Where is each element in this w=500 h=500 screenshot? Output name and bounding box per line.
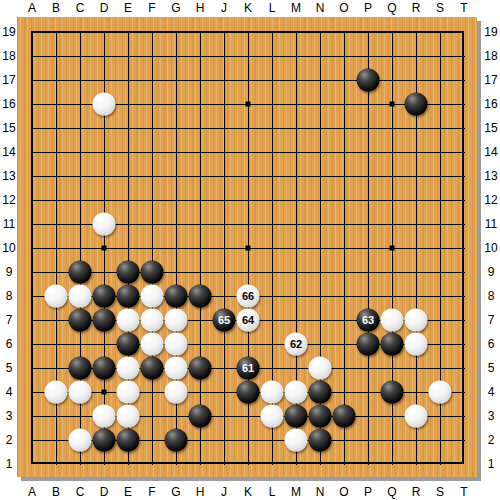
col-label-top-D: D xyxy=(95,0,113,16)
col-label-bottom-Q: Q xyxy=(383,484,401,500)
row-label-right-16: 16 xyxy=(482,96,500,112)
row-label-right-5: 5 xyxy=(482,360,500,376)
stone-black-H3 xyxy=(189,405,212,428)
stone-white-F7 xyxy=(141,309,164,332)
stone-black-E6 xyxy=(117,333,140,356)
row-label-right-6: 6 xyxy=(482,336,500,352)
stone-black-P6 xyxy=(357,333,380,356)
stone-black-E9 xyxy=(117,261,140,284)
row-label-left-18: 18 xyxy=(0,48,18,64)
col-label-top-P: P xyxy=(359,0,377,16)
stone-white-G4 xyxy=(165,381,188,404)
stone-black-E2 xyxy=(117,429,140,452)
row-label-left-8: 8 xyxy=(0,288,18,304)
row-label-left-11: 11 xyxy=(0,216,18,232)
col-label-top-R: R xyxy=(407,0,425,16)
row-label-right-1: 1 xyxy=(482,456,500,472)
stone-white-G5 xyxy=(165,357,188,380)
stone-black-J7: 65 xyxy=(213,309,236,332)
col-label-bottom-H: H xyxy=(191,484,209,500)
col-label-bottom-D: D xyxy=(95,484,113,500)
stone-black-R16 xyxy=(405,93,428,116)
row-label-right-19: 19 xyxy=(482,24,500,40)
stone-white-D16 xyxy=(93,93,116,116)
row-label-left-3: 3 xyxy=(0,408,18,424)
stone-black-C9 xyxy=(69,261,92,284)
row-label-left-9: 9 xyxy=(0,264,18,280)
stone-white-M6: 62 xyxy=(285,333,308,356)
col-label-top-K: K xyxy=(239,0,257,16)
row-label-right-13: 13 xyxy=(482,168,500,184)
stone-black-D8 xyxy=(93,285,116,308)
stone-black-G2 xyxy=(165,429,188,452)
row-label-left-7: 7 xyxy=(0,312,18,328)
stone-white-K7: 64 xyxy=(237,309,260,332)
col-label-top-F: F xyxy=(143,0,161,16)
stone-white-M2 xyxy=(285,429,308,452)
stone-white-S4 xyxy=(429,381,452,404)
row-label-left-15: 15 xyxy=(0,120,18,136)
go-diagram-page: 666564636261 AABBCCDDEEFFGGHHJJKKLLMMNNO… xyxy=(0,0,500,500)
col-label-bottom-L: L xyxy=(263,484,281,500)
stone-white-E4 xyxy=(117,381,140,404)
star-point xyxy=(102,390,107,395)
star-point xyxy=(246,102,251,107)
stone-black-D7 xyxy=(93,309,116,332)
row-label-right-2: 2 xyxy=(482,432,500,448)
stone-black-C5 xyxy=(69,357,92,380)
row-label-right-3: 3 xyxy=(482,408,500,424)
stone-white-R6 xyxy=(405,333,428,356)
stone-white-M4 xyxy=(285,381,308,404)
row-label-right-12: 12 xyxy=(482,192,500,208)
stone-white-B8 xyxy=(45,285,68,308)
row-label-left-1: 1 xyxy=(0,456,18,472)
row-label-right-15: 15 xyxy=(482,120,500,136)
stone-white-G7 xyxy=(165,309,188,332)
row-label-left-6: 6 xyxy=(0,336,18,352)
col-label-top-M: M xyxy=(287,0,305,16)
stone-white-B4 xyxy=(45,381,68,404)
stone-black-P7: 63 xyxy=(357,309,380,332)
grid-line-vertical xyxy=(344,32,345,465)
stone-black-K4 xyxy=(237,381,260,404)
col-label-bottom-E: E xyxy=(119,484,137,500)
col-label-top-N: N xyxy=(311,0,329,16)
stone-white-E5 xyxy=(117,357,140,380)
col-label-bottom-T: T xyxy=(455,484,473,500)
stone-white-K8: 66 xyxy=(237,285,260,308)
row-label-left-5: 5 xyxy=(0,360,18,376)
row-label-left-17: 17 xyxy=(0,72,18,88)
col-label-bottom-J: J xyxy=(215,484,233,500)
row-label-right-10: 10 xyxy=(482,240,500,256)
col-label-bottom-S: S xyxy=(431,484,449,500)
stone-white-R7 xyxy=(405,309,428,332)
row-label-left-4: 4 xyxy=(0,384,18,400)
col-label-bottom-B: B xyxy=(47,484,65,500)
stone-black-D5 xyxy=(93,357,116,380)
col-label-top-G: G xyxy=(167,0,185,16)
row-label-right-7: 7 xyxy=(482,312,500,328)
col-label-bottom-G: G xyxy=(167,484,185,500)
stone-white-C2 xyxy=(69,429,92,452)
col-label-bottom-R: R xyxy=(407,484,425,500)
col-label-top-E: E xyxy=(119,0,137,16)
col-label-bottom-O: O xyxy=(335,484,353,500)
row-label-left-16: 16 xyxy=(0,96,18,112)
col-label-top-T: T xyxy=(455,0,473,16)
row-label-right-8: 8 xyxy=(482,288,500,304)
stone-white-F6 xyxy=(141,333,164,356)
star-point xyxy=(390,102,395,107)
row-label-right-9: 9 xyxy=(482,264,500,280)
col-label-top-B: B xyxy=(47,0,65,16)
stone-black-M3 xyxy=(285,405,308,428)
stone-white-L4 xyxy=(261,381,284,404)
stone-white-F8 xyxy=(141,285,164,308)
stone-black-C7 xyxy=(69,309,92,332)
stone-black-P17 xyxy=(357,69,380,92)
row-label-right-17: 17 xyxy=(482,72,500,88)
stone-black-Q6 xyxy=(381,333,404,356)
col-label-bottom-N: N xyxy=(311,484,329,500)
col-label-bottom-M: M xyxy=(287,484,305,500)
row-label-left-12: 12 xyxy=(0,192,18,208)
col-label-top-S: S xyxy=(431,0,449,16)
row-label-left-14: 14 xyxy=(0,144,18,160)
row-label-right-11: 11 xyxy=(482,216,500,232)
stone-white-C8 xyxy=(69,285,92,308)
stone-white-D11 xyxy=(93,213,116,236)
row-label-left-10: 10 xyxy=(0,240,18,256)
col-label-bottom-P: P xyxy=(359,484,377,500)
stone-white-L3 xyxy=(261,405,284,428)
col-label-top-L: L xyxy=(263,0,281,16)
row-label-left-2: 2 xyxy=(0,432,18,448)
stone-black-H8 xyxy=(189,285,212,308)
go-board[interactable]: 666564636261 xyxy=(17,17,477,477)
col-label-top-H: H xyxy=(191,0,209,16)
stone-black-D2 xyxy=(93,429,116,452)
stone-black-F9 xyxy=(141,261,164,284)
col-label-top-J: J xyxy=(215,0,233,16)
stone-black-N4 xyxy=(309,381,332,404)
col-label-bottom-A: A xyxy=(23,484,41,500)
row-label-right-4: 4 xyxy=(482,384,500,400)
star-point xyxy=(390,246,395,251)
col-label-top-Q: Q xyxy=(383,0,401,16)
col-label-top-A: A xyxy=(23,0,41,16)
star-point xyxy=(102,246,107,251)
col-label-bottom-C: C xyxy=(71,484,89,500)
stone-white-C4 xyxy=(69,381,92,404)
col-label-bottom-K: K xyxy=(239,484,257,500)
stone-white-D3 xyxy=(93,405,116,428)
stone-white-E3 xyxy=(117,405,140,428)
col-label-top-O: O xyxy=(335,0,353,16)
stone-black-G8 xyxy=(165,285,188,308)
stone-white-R3 xyxy=(405,405,428,428)
row-label-right-14: 14 xyxy=(482,144,500,160)
stone-black-O3 xyxy=(333,405,356,428)
col-label-top-C: C xyxy=(71,0,89,16)
stone-white-Q7 xyxy=(381,309,404,332)
stone-black-H5 xyxy=(189,357,212,380)
stone-white-G6 xyxy=(165,333,188,356)
col-label-bottom-F: F xyxy=(143,484,161,500)
grid-line-horizontal xyxy=(32,272,465,273)
stone-black-F5 xyxy=(141,357,164,380)
row-label-right-18: 18 xyxy=(482,48,500,64)
stone-black-E8 xyxy=(117,285,140,308)
star-point xyxy=(246,246,251,251)
grid-line-vertical xyxy=(368,32,369,465)
row-label-left-13: 13 xyxy=(0,168,18,184)
stone-black-N2 xyxy=(309,429,332,452)
row-label-left-19: 19 xyxy=(0,24,18,40)
stone-black-Q4 xyxy=(381,381,404,404)
stone-white-N5 xyxy=(309,357,332,380)
stone-black-N3 xyxy=(309,405,332,428)
stone-black-K5: 61 xyxy=(237,357,260,380)
stone-white-E7 xyxy=(117,309,140,332)
